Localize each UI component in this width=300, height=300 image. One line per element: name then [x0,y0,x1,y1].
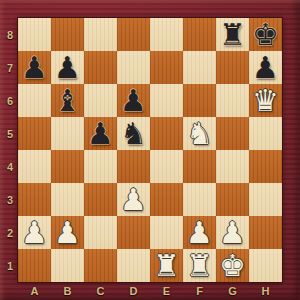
file-label-h: H [249,282,282,300]
square-a6[interactable] [18,84,51,117]
square-b8[interactable] [51,18,84,51]
square-h4[interactable] [249,150,282,183]
rank-labels: 87654321 [0,18,18,282]
piece-white-rook-e1[interactable]: ♜ [153,249,180,282]
piece-white-pawn-d3[interactable]: ♟ [120,183,147,216]
square-h8[interactable]: ♚ [249,18,282,51]
piece-white-pawn-f2[interactable]: ♟ [186,216,213,249]
square-c7[interactable] [84,51,117,84]
file-label-b: B [51,282,84,300]
square-g3[interactable] [216,183,249,216]
square-a3[interactable] [18,183,51,216]
square-g1[interactable]: ♚ [216,249,249,282]
square-e3[interactable] [150,183,183,216]
square-a4[interactable] [18,150,51,183]
square-h3[interactable] [249,183,282,216]
square-e7[interactable] [150,51,183,84]
square-h6[interactable]: ♛ [249,84,282,117]
square-e6[interactable] [150,84,183,117]
square-a8[interactable] [18,18,51,51]
piece-black-pawn-h7[interactable]: ♟ [252,51,279,84]
square-e5[interactable] [150,117,183,150]
square-a5[interactable] [18,117,51,150]
square-f8[interactable] [183,18,216,51]
square-e4[interactable] [150,150,183,183]
square-f7[interactable] [183,51,216,84]
square-d3[interactable]: ♟ [117,183,150,216]
rank-label-2: 2 [0,216,18,249]
square-d5[interactable]: ♞ [117,117,150,150]
square-b3[interactable] [51,183,84,216]
square-c3[interactable] [84,183,117,216]
square-c1[interactable] [84,249,117,282]
square-c2[interactable] [84,216,117,249]
piece-white-pawn-g2[interactable]: ♟ [219,216,246,249]
file-label-f: F [183,282,216,300]
square-a7[interactable]: ♟ [18,51,51,84]
square-d4[interactable] [117,150,150,183]
file-label-d: D [117,282,150,300]
square-f4[interactable] [183,150,216,183]
rank-label-8: 8 [0,18,18,51]
rank-label-1: 1 [0,249,18,282]
file-label-a: A [18,282,51,300]
square-f3[interactable] [183,183,216,216]
square-c6[interactable] [84,84,117,117]
square-d6[interactable]: ♟ [117,84,150,117]
square-b2[interactable]: ♟ [51,216,84,249]
square-c4[interactable] [84,150,117,183]
chess-board-frame: 87654321 ABCDEFGH ♜♚♟♟♟♝♟♛♟♞♞♟♟♟♟♟♜♜♚ [0,0,300,300]
piece-black-pawn-c5[interactable]: ♟ [87,117,114,150]
square-d2[interactable] [117,216,150,249]
piece-black-king-h8[interactable]: ♚ [252,18,279,51]
square-g2[interactable]: ♟ [216,216,249,249]
square-h2[interactable] [249,216,282,249]
rank-label-7: 7 [0,51,18,84]
piece-white-pawn-b2[interactable]: ♟ [54,216,81,249]
piece-black-pawn-d6[interactable]: ♟ [120,84,147,117]
square-a2[interactable]: ♟ [18,216,51,249]
piece-white-king-g1[interactable]: ♚ [219,249,246,282]
piece-white-pawn-a2[interactable]: ♟ [21,216,48,249]
chess-board: ♜♚♟♟♟♝♟♛♟♞♞♟♟♟♟♟♜♜♚ [18,18,282,282]
square-f6[interactable] [183,84,216,117]
piece-black-bishop-b6[interactable]: ♝ [54,84,81,117]
piece-black-knight-d5[interactable]: ♞ [120,117,147,150]
square-d8[interactable] [117,18,150,51]
square-f2[interactable]: ♟ [183,216,216,249]
square-g8[interactable]: ♜ [216,18,249,51]
piece-black-pawn-a7[interactable]: ♟ [21,51,48,84]
rank-label-6: 6 [0,84,18,117]
piece-black-rook-g8[interactable]: ♜ [219,18,246,51]
square-c5[interactable]: ♟ [84,117,117,150]
piece-white-knight-f5[interactable]: ♞ [186,117,213,150]
square-g7[interactable] [216,51,249,84]
square-h7[interactable]: ♟ [249,51,282,84]
square-b6[interactable]: ♝ [51,84,84,117]
file-label-c: C [84,282,117,300]
square-b7[interactable]: ♟ [51,51,84,84]
square-b1[interactable] [51,249,84,282]
rank-label-5: 5 [0,117,18,150]
rank-label-3: 3 [0,183,18,216]
piece-black-pawn-b7[interactable]: ♟ [54,51,81,84]
piece-white-rook-f1[interactable]: ♜ [186,249,213,282]
square-f1[interactable]: ♜ [183,249,216,282]
square-g5[interactable] [216,117,249,150]
square-h1[interactable] [249,249,282,282]
square-d1[interactable] [117,249,150,282]
square-a1[interactable] [18,249,51,282]
square-f5[interactable]: ♞ [183,117,216,150]
rank-label-4: 4 [0,150,18,183]
square-g6[interactable] [216,84,249,117]
square-d7[interactable] [117,51,150,84]
square-e2[interactable] [150,216,183,249]
square-e8[interactable] [150,18,183,51]
square-g4[interactable] [216,150,249,183]
file-labels: ABCDEFGH [18,282,282,300]
piece-white-queen-h6[interactable]: ♛ [252,84,279,117]
square-b5[interactable] [51,117,84,150]
file-label-e: E [150,282,183,300]
square-h5[interactable] [249,117,282,150]
file-label-g: G [216,282,249,300]
square-b4[interactable] [51,150,84,183]
square-c8[interactable] [84,18,117,51]
square-e1[interactable]: ♜ [150,249,183,282]
